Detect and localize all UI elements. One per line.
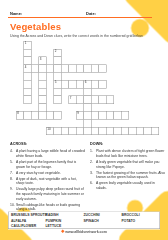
word-bank-column: BROCCOLIPOTATO: [122, 213, 140, 224]
word-bank-word: LETTUCE: [46, 223, 62, 228]
grid-cell-number: 1: [25, 42, 27, 46]
clue-item: 10.Small cabbage-like heads or buds grow…: [10, 202, 86, 211]
word-bank-column: BRUSSELS SPROUTSALFALFACAULIFLOWER: [11, 213, 47, 229]
header-rule: [8, 17, 152, 18]
word-bank: BRUSSELS SPROUTSALFALFACAULIFLOWERRADISH…: [8, 212, 160, 230]
clue-item-text: A type of dark, root vegetable with a ho…: [16, 176, 86, 185]
clue-item: 1.Plant with dense clusters of tight gre…: [90, 149, 166, 158]
grid-cell[interactable]: [54, 111, 62, 119]
footer: www.allkidsnetwork.com: [0, 230, 168, 234]
page-title: Vegetables: [10, 21, 61, 32]
grid-cell[interactable]: [54, 96, 62, 104]
clue-item: 9.Usually large pulpy deep yellow round …: [10, 187, 86, 201]
grid-cell-number: 7: [70, 96, 72, 100]
down-clues-section: DOWN: 1.Plant with dense clusters of tig…: [90, 142, 166, 192]
word-bank-word: ZUCCHINI: [84, 213, 100, 218]
clue-item-text: A leafy green vegetable that will make y…: [96, 159, 166, 168]
clue-item-text: A plant having a large edible head of cr…: [16, 149, 86, 158]
grid-cell-number: 3: [40, 57, 42, 61]
across-header: ACROSS:: [10, 142, 86, 147]
clue-item-text: A green leafy vegetable usually used in …: [96, 181, 166, 190]
clue-item: 3.The fastest growing of the summer frui…: [90, 170, 166, 179]
clue-item: 7.A very starchy root vegetable.: [10, 170, 86, 175]
clue-item: 8.A type of dark, root vegetable with a …: [10, 176, 86, 185]
word-bank-word: BRUSSELS SPROUTS: [11, 213, 47, 218]
worksheet-page: Name: Date: Vegetables Using the Across …: [0, 0, 168, 240]
grid-cell[interactable]: [121, 111, 129, 119]
clue-item-text: Small cabbage-like heads or buds growing…: [16, 202, 86, 211]
grid-cell-number: 8: [17, 112, 19, 116]
clue-item: 4.A plant having a large edible head of …: [10, 149, 86, 158]
word-bank-column: ZUCCHINISPINACH: [84, 213, 100, 224]
down-clues-list: 1.Plant with dense clusters of tight gre…: [90, 149, 166, 190]
footer-url[interactable]: www.allkidsnetwork.com: [65, 230, 107, 234]
word-bank-word: POTATO: [122, 218, 140, 223]
clue-item-text: The fastest growing of the summer fruits…: [96, 170, 166, 179]
clue-item-text: A plant part of the legumes family that …: [16, 159, 86, 168]
grid-cell[interactable]: [151, 127, 159, 135]
grid-cell[interactable]: [99, 80, 107, 88]
grid-cell-number: 9: [77, 112, 79, 116]
grid-cell[interactable]: [106, 96, 114, 104]
grid-cell-number: 2: [55, 49, 57, 53]
grid-cell-number: 10: [47, 127, 50, 131]
word-bank-column: RADISHPUMPKINLETTUCE: [46, 213, 62, 229]
grid-cell[interactable]: [24, 96, 32, 104]
word-bank-word: BROCCOLI: [122, 213, 140, 218]
instruction-text: Using the Across and Down clues, write t…: [10, 34, 143, 38]
clue-item-text: Plant with dense clusters of tight green…: [96, 149, 166, 158]
footer-logo-icon: [61, 229, 65, 233]
grid-cell[interactable]: [99, 64, 107, 72]
clue-item-text: A very starchy root vegetable.: [16, 170, 86, 175]
grid-cell-number: 6: [85, 81, 87, 85]
down-header: DOWN:: [90, 142, 166, 147]
word-bank-word: CAULIFLOWER: [11, 223, 47, 228]
grid-cell-number: 4: [25, 65, 27, 69]
across-clues-list: 4.A plant having a large edible head of …: [10, 149, 86, 212]
clue-item: 5.A plant part of the legumes family tha…: [10, 159, 86, 168]
date-label: Date:: [86, 11, 96, 16]
crossword-grid: 12345678910: [16, 41, 159, 135]
clue-item-text: Usually large pulpy deep yellow round fr…: [16, 187, 86, 201]
clue-item: 2.A leafy green vegetable that will make…: [90, 159, 166, 168]
grid-cell-number: 5: [55, 81, 57, 85]
across-clues-section: ACROSS: 4.A plant having a large edible …: [10, 142, 86, 213]
clue-item: 6.A green leafy vegetable usually used i…: [90, 181, 166, 190]
word-bank-word: SPINACH: [84, 218, 100, 223]
name-label: Name:: [10, 11, 22, 16]
